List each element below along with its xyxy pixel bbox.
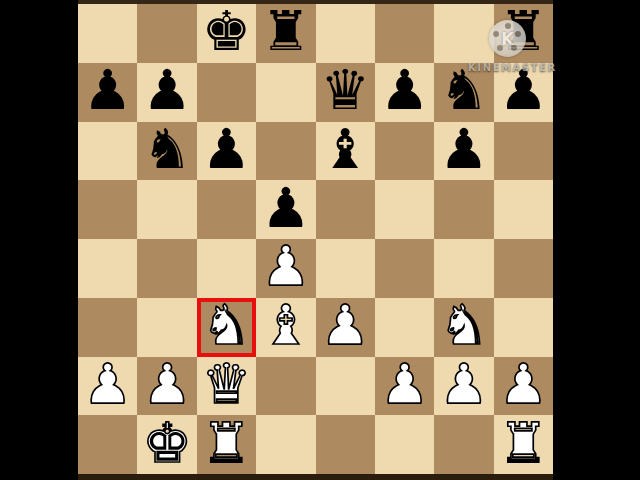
square-d2[interactable]	[256, 357, 315, 416]
square-g8[interactable]	[434, 4, 493, 63]
square-e1[interactable]	[316, 415, 375, 474]
square-e5[interactable]	[316, 180, 375, 239]
piece-white-pawn-e3: ♟	[321, 296, 370, 354]
square-b2[interactable]: ♟	[137, 357, 196, 416]
piece-white-pawn-f2: ♟	[380, 355, 429, 413]
piece-white-pawn-b2: ♟	[142, 355, 191, 413]
piece-black-pawn-c6: ♟	[202, 120, 251, 178]
square-h2[interactable]: ♟	[494, 357, 553, 416]
square-f6[interactable]	[375, 122, 434, 181]
piece-black-pawn-b7: ♟	[142, 61, 191, 119]
square-e6[interactable]: ♝	[316, 122, 375, 181]
square-h7[interactable]: ♟	[494, 63, 553, 122]
piece-black-king-c8: ♚	[202, 2, 251, 60]
square-b8[interactable]	[137, 4, 196, 63]
square-f5[interactable]	[375, 180, 434, 239]
piece-white-rook-c1: ♜	[202, 414, 251, 472]
piece-black-pawn-f7: ♟	[380, 61, 429, 119]
piece-black-knight-g7: ♞	[439, 61, 488, 119]
piece-black-pawn-a7: ♟	[83, 61, 132, 119]
piece-white-knight-c3: ♞	[202, 296, 251, 354]
piece-black-rook-d8: ♜	[261, 2, 310, 60]
square-a6[interactable]	[78, 122, 137, 181]
square-a8[interactable]	[78, 4, 137, 63]
piece-black-knight-b6: ♞	[142, 120, 191, 178]
piece-white-pawn-g2: ♟	[439, 355, 488, 413]
square-f7[interactable]: ♟	[375, 63, 434, 122]
square-e8[interactable]	[316, 4, 375, 63]
square-a4[interactable]	[78, 239, 137, 298]
square-c1[interactable]: ♜	[197, 415, 256, 474]
piece-white-rook-h1: ♜	[499, 414, 548, 472]
square-c5[interactable]	[197, 180, 256, 239]
piece-white-pawn-h2: ♟	[499, 355, 548, 413]
square-h1[interactable]: ♜	[494, 415, 553, 474]
square-c3[interactable]: ♞	[197, 298, 256, 357]
square-g1[interactable]	[434, 415, 493, 474]
square-f8[interactable]	[375, 4, 434, 63]
square-e3[interactable]: ♟	[316, 298, 375, 357]
piece-white-pawn-a2: ♟	[83, 355, 132, 413]
square-c4[interactable]	[197, 239, 256, 298]
piece-white-bishop-d3: ♝	[261, 296, 310, 354]
piece-white-queen-c2: ♛	[202, 355, 251, 413]
square-d1[interactable]	[256, 415, 315, 474]
square-b7[interactable]: ♟	[137, 63, 196, 122]
piece-white-knight-g3: ♞	[439, 296, 488, 354]
board-bottom-edge	[78, 474, 553, 480]
piece-black-rook-h8: ♜	[499, 2, 548, 60]
square-e7[interactable]: ♛	[316, 63, 375, 122]
chess-board: ♚♜♜♟♟♛♟♞♟♞♟♝♟♟♟♞♝♟♞♟♟♛♟♟♟♚♜♜	[78, 4, 553, 474]
piece-white-pawn-d4: ♟	[261, 237, 310, 295]
square-e2[interactable]	[316, 357, 375, 416]
square-a3[interactable]	[78, 298, 137, 357]
square-g7[interactable]: ♞	[434, 63, 493, 122]
square-d7[interactable]	[256, 63, 315, 122]
square-h5[interactable]	[494, 180, 553, 239]
square-d4[interactable]: ♟	[256, 239, 315, 298]
square-h8[interactable]: ♜	[494, 4, 553, 63]
square-c2[interactable]: ♛	[197, 357, 256, 416]
square-h4[interactable]	[494, 239, 553, 298]
square-h3[interactable]	[494, 298, 553, 357]
square-f1[interactable]	[375, 415, 434, 474]
square-d3[interactable]: ♝	[256, 298, 315, 357]
square-b3[interactable]	[137, 298, 196, 357]
square-b6[interactable]: ♞	[137, 122, 196, 181]
piece-black-bishop-e6: ♝	[321, 120, 370, 178]
piece-black-pawn-h7: ♟	[499, 61, 548, 119]
square-f3[interactable]	[375, 298, 434, 357]
square-b1[interactable]: ♚	[137, 415, 196, 474]
square-b4[interactable]	[137, 239, 196, 298]
piece-black-pawn-g6: ♟	[439, 120, 488, 178]
video-frame: ♚♜♜♟♟♛♟♞♟♞♟♝♟♟♟♞♝♟♞♟♟♛♟♟♟♚♜♜ K KINEMASTE…	[0, 0, 640, 480]
square-f4[interactable]	[375, 239, 434, 298]
square-a2[interactable]: ♟	[78, 357, 137, 416]
square-g5[interactable]	[434, 180, 493, 239]
square-d5[interactable]: ♟	[256, 180, 315, 239]
square-h6[interactable]	[494, 122, 553, 181]
square-c8[interactable]: ♚	[197, 4, 256, 63]
square-a7[interactable]: ♟	[78, 63, 137, 122]
square-e4[interactable]	[316, 239, 375, 298]
square-d6[interactable]	[256, 122, 315, 181]
square-g3[interactable]: ♞	[434, 298, 493, 357]
piece-black-queen-e7: ♛	[321, 61, 370, 119]
square-b5[interactable]	[137, 180, 196, 239]
piece-white-king-b1: ♚	[142, 414, 191, 472]
piece-black-pawn-d5: ♟	[261, 179, 310, 237]
square-a1[interactable]	[78, 415, 137, 474]
square-c7[interactable]	[197, 63, 256, 122]
square-g6[interactable]: ♟	[434, 122, 493, 181]
square-a5[interactable]	[78, 180, 137, 239]
square-g4[interactable]	[434, 239, 493, 298]
square-f2[interactable]: ♟	[375, 357, 434, 416]
square-d8[interactable]: ♜	[256, 4, 315, 63]
square-g2[interactable]: ♟	[434, 357, 493, 416]
square-c6[interactable]: ♟	[197, 122, 256, 181]
